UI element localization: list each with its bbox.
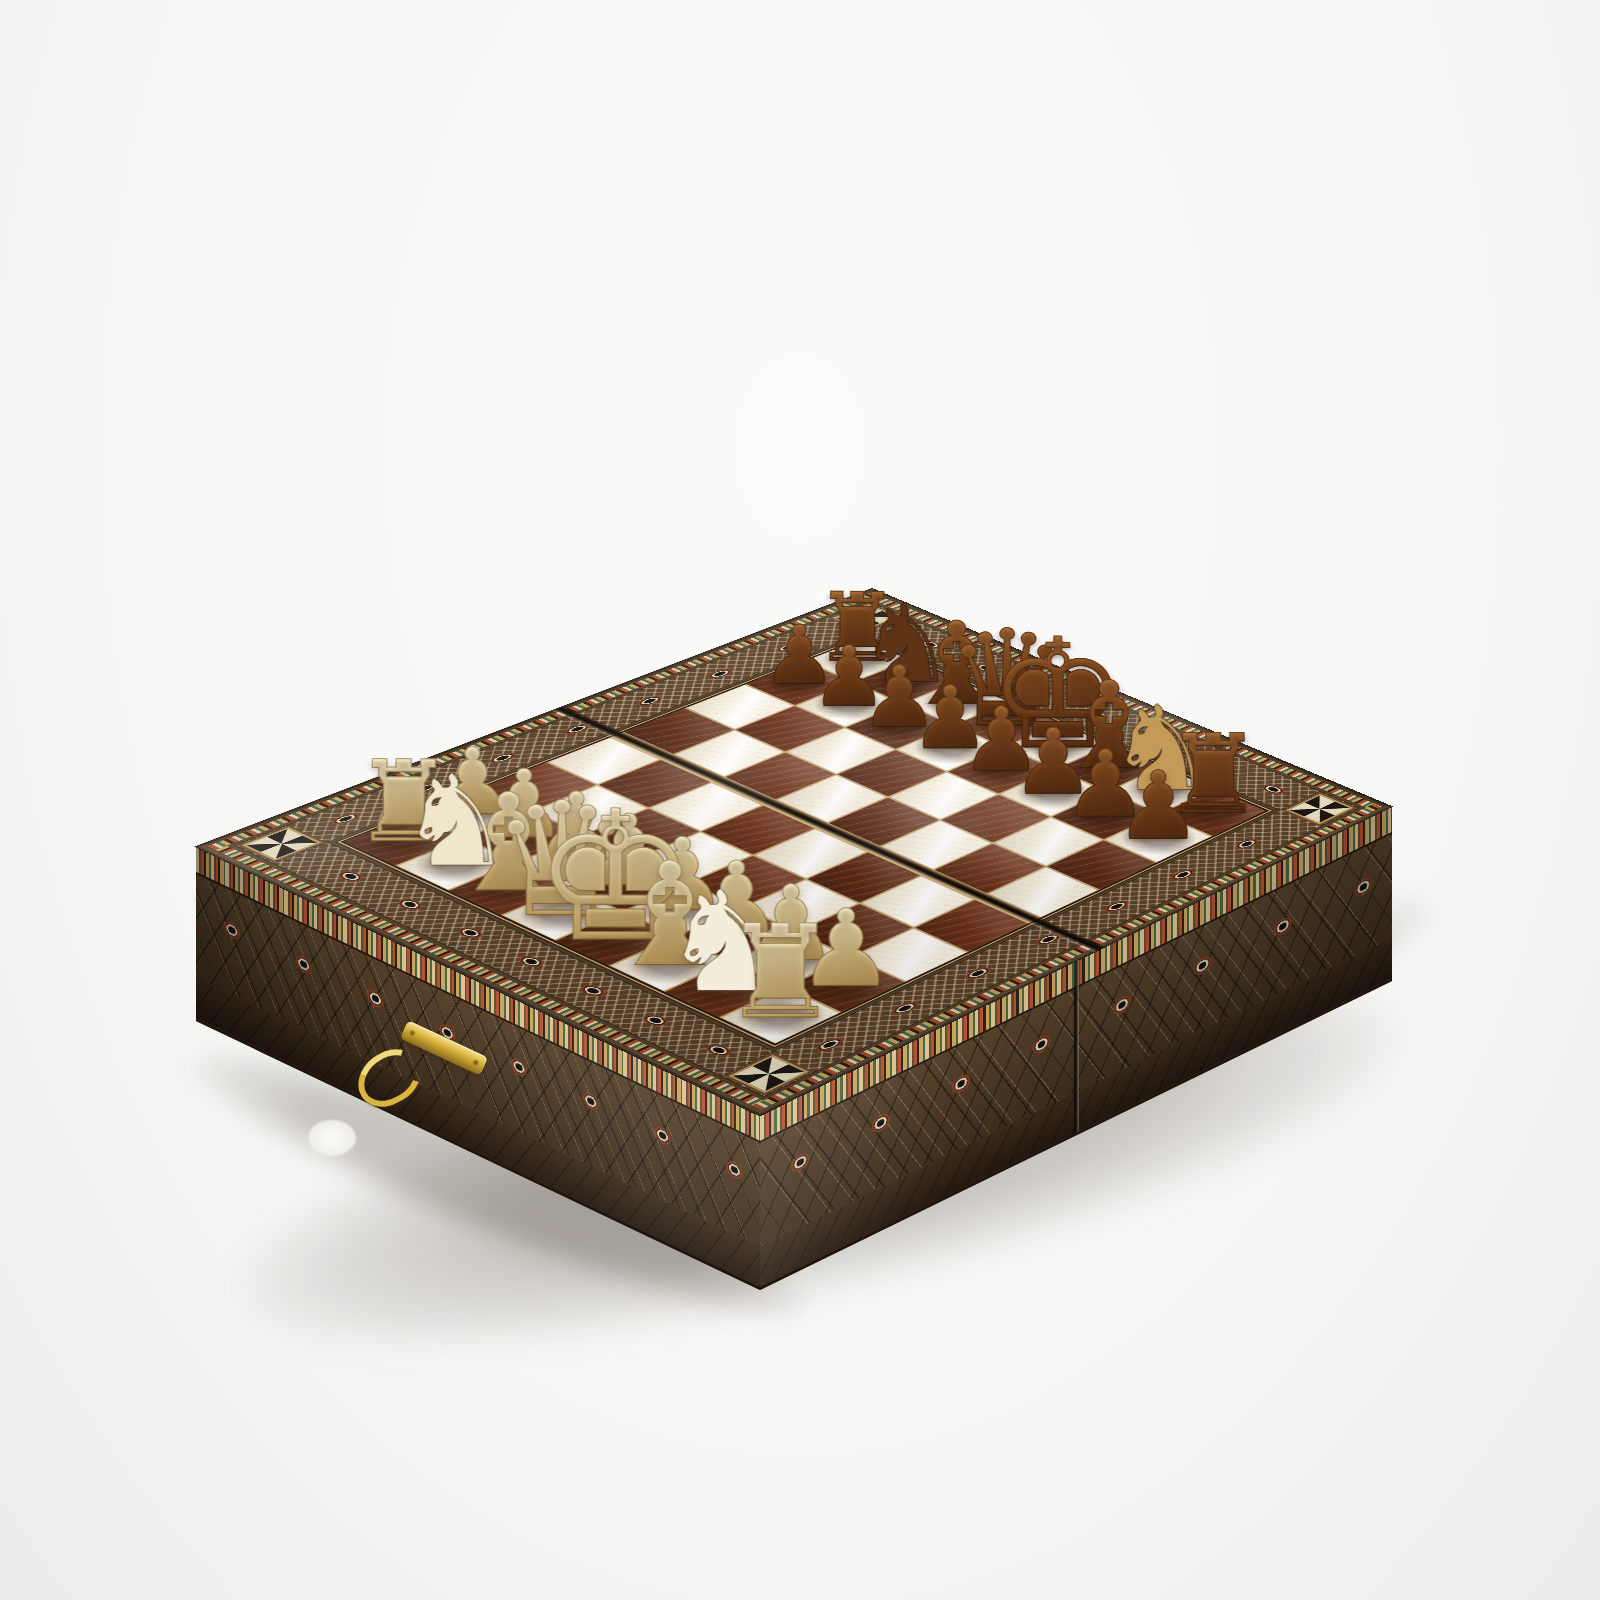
brass-latch — [340, 1010, 520, 1170]
scene: ♜♞♝♛♚♝♞♜♟♟♟♟♟♟♟♟♟♟♟♟♟♟♟♟♜♞♝♛♚♝♞♜ — [0, 0, 1600, 1600]
latch-felt-pad — [308, 1120, 356, 1156]
latch-hook-icon — [348, 1040, 431, 1117]
brown-pawn-glyph: ♟ — [1115, 759, 1202, 854]
white-rook-glyph: ♜ — [720, 907, 840, 1037]
box-halves-seam — [1074, 959, 1079, 1133]
